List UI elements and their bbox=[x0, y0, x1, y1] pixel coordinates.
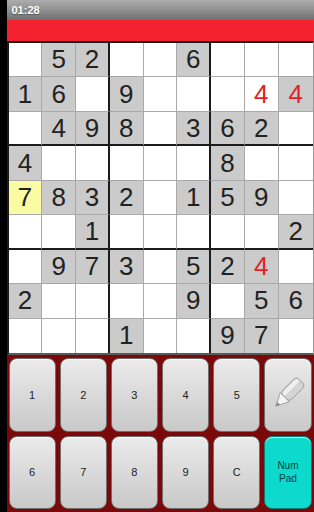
cell-r8c4[interactable] bbox=[110, 284, 144, 318]
cell-r1c4[interactable] bbox=[110, 43, 144, 77]
cell-r6c2[interactable] bbox=[42, 215, 76, 249]
cell-r3c8[interactable]: 2 bbox=[245, 112, 279, 146]
cell-r6c1[interactable] bbox=[9, 215, 43, 249]
pencil-icon bbox=[268, 374, 308, 416]
pencil-button[interactable] bbox=[264, 358, 311, 432]
cell-r7c6[interactable]: 5 bbox=[177, 250, 211, 284]
cell-r6c4[interactable] bbox=[110, 215, 144, 249]
key-1[interactable]: 1 bbox=[9, 358, 56, 432]
cell-r1c8[interactable] bbox=[245, 43, 279, 77]
cell-r7c4[interactable]: 3 bbox=[110, 250, 144, 284]
cell-r2c6[interactable] bbox=[177, 77, 211, 111]
cell-r5c6[interactable]: 1 bbox=[177, 181, 211, 215]
cell-r5c7[interactable]: 5 bbox=[211, 181, 245, 215]
cell-r2c2[interactable]: 6 bbox=[42, 77, 76, 111]
cell-r2c8[interactable]: 4 bbox=[245, 77, 279, 111]
clock: 01:28 bbox=[12, 4, 40, 16]
cell-r5c3[interactable]: 3 bbox=[76, 181, 110, 215]
cell-r2c7[interactable] bbox=[211, 77, 245, 111]
app-header-bar bbox=[7, 20, 314, 41]
key-3[interactable]: 3 bbox=[111, 358, 158, 432]
cell-r4c5[interactable] bbox=[144, 146, 178, 180]
cell-r8c3[interactable] bbox=[76, 284, 110, 318]
keypad-row-1: 1 2 3 4 5 bbox=[8, 358, 313, 432]
cell-r4c6[interactable] bbox=[177, 146, 211, 180]
cell-r6c6[interactable] bbox=[177, 215, 211, 249]
cell-r3c4[interactable]: 8 bbox=[110, 112, 144, 146]
cell-r8c7[interactable] bbox=[211, 284, 245, 318]
cell-r8c6[interactable]: 9 bbox=[177, 284, 211, 318]
sudoku-board: 52616944498362487832159129735242956197 bbox=[7, 41, 314, 355]
cell-r9c8[interactable]: 7 bbox=[245, 319, 279, 353]
cell-r9c2[interactable] bbox=[42, 319, 76, 353]
cell-r7c8[interactable]: 4 bbox=[245, 250, 279, 284]
cell-r4c1[interactable]: 4 bbox=[9, 146, 43, 180]
cell-r2c1[interactable]: 1 bbox=[9, 77, 43, 111]
app-screen: 01:28 5261694449836248783215912973524295… bbox=[7, 0, 314, 512]
key-4[interactable]: 4 bbox=[162, 358, 209, 432]
cell-r3c5[interactable] bbox=[144, 112, 178, 146]
cell-r9c7[interactable]: 9 bbox=[211, 319, 245, 353]
cell-r1c3[interactable]: 2 bbox=[76, 43, 110, 77]
numpad-toggle-label: Num Pad bbox=[273, 459, 303, 486]
cell-r3c1[interactable] bbox=[9, 112, 43, 146]
cell-r7c3[interactable]: 7 bbox=[76, 250, 110, 284]
cell-r6c5[interactable] bbox=[144, 215, 178, 249]
cell-r4c4[interactable] bbox=[110, 146, 144, 180]
cell-r6c7[interactable] bbox=[211, 215, 245, 249]
cell-r8c2[interactable] bbox=[42, 284, 76, 318]
cell-r4c7[interactable]: 8 bbox=[211, 146, 245, 180]
cell-r2c4[interactable]: 9 bbox=[110, 77, 144, 111]
keypad-row-2: 6 7 8 9 C Num Pad bbox=[8, 436, 313, 510]
keypad: 1 2 3 4 5 6 7 bbox=[7, 355, 314, 512]
cell-r2c9[interactable]: 4 bbox=[279, 77, 313, 111]
cell-r5c2[interactable]: 8 bbox=[42, 181, 76, 215]
key-7[interactable]: 7 bbox=[60, 436, 107, 510]
cell-r3c2[interactable]: 4 bbox=[42, 112, 76, 146]
cell-r8c5[interactable] bbox=[144, 284, 178, 318]
cell-r1c6[interactable]: 6 bbox=[177, 43, 211, 77]
cell-r5c1[interactable]: 7 bbox=[9, 181, 43, 215]
cell-r6c3[interactable]: 1 bbox=[76, 215, 110, 249]
cell-r1c7[interactable] bbox=[211, 43, 245, 77]
cell-r4c2[interactable] bbox=[42, 146, 76, 180]
cell-r4c3[interactable] bbox=[76, 146, 110, 180]
cell-r3c7[interactable]: 6 bbox=[211, 112, 245, 146]
cell-r9c6[interactable] bbox=[177, 319, 211, 353]
cell-r3c3[interactable]: 9 bbox=[76, 112, 110, 146]
cell-r9c3[interactable] bbox=[76, 319, 110, 353]
cell-r3c9[interactable] bbox=[279, 112, 313, 146]
cell-r5c8[interactable]: 9 bbox=[245, 181, 279, 215]
cell-r5c9[interactable] bbox=[279, 181, 313, 215]
cell-r9c5[interactable] bbox=[144, 319, 178, 353]
cell-r7c9[interactable] bbox=[279, 250, 313, 284]
cell-r2c3[interactable] bbox=[76, 77, 110, 111]
cell-r2c5[interactable] bbox=[144, 77, 178, 111]
cell-r8c9[interactable]: 6 bbox=[279, 284, 313, 318]
key-6[interactable]: 6 bbox=[9, 436, 56, 510]
cell-r3c6[interactable]: 3 bbox=[177, 112, 211, 146]
cell-r7c5[interactable] bbox=[144, 250, 178, 284]
cell-r4c8[interactable] bbox=[245, 146, 279, 180]
numpad-toggle-button[interactable]: Num Pad bbox=[264, 436, 311, 510]
key-2[interactable]: 2 bbox=[60, 358, 107, 432]
cell-r1c5[interactable] bbox=[144, 43, 178, 77]
cell-r8c8[interactable]: 5 bbox=[245, 284, 279, 318]
cell-r5c4[interactable]: 2 bbox=[110, 181, 144, 215]
cell-r1c2[interactable]: 5 bbox=[42, 43, 76, 77]
cell-r1c9[interactable] bbox=[279, 43, 313, 77]
cell-r7c2[interactable]: 9 bbox=[42, 250, 76, 284]
key-5[interactable]: 5 bbox=[213, 358, 260, 432]
key-9[interactable]: 9 bbox=[162, 436, 209, 510]
cell-r6c9[interactable]: 2 bbox=[279, 215, 313, 249]
cell-r8c1[interactable]: 2 bbox=[9, 284, 43, 318]
cell-r7c1[interactable] bbox=[9, 250, 43, 284]
key-8[interactable]: 8 bbox=[111, 436, 158, 510]
status-bar: 01:28 bbox=[7, 0, 314, 20]
cell-r9c4[interactable]: 1 bbox=[110, 319, 144, 353]
key-clear[interactable]: C bbox=[213, 436, 260, 510]
cell-r4c9[interactable] bbox=[279, 146, 313, 180]
cell-r6c8[interactable] bbox=[245, 215, 279, 249]
cell-r9c9[interactable] bbox=[279, 319, 313, 353]
cell-r5c5[interactable] bbox=[144, 181, 178, 215]
cell-r9c1[interactable] bbox=[9, 319, 43, 353]
cell-r1c1[interactable] bbox=[9, 43, 43, 77]
cell-r7c7[interactable]: 2 bbox=[211, 250, 245, 284]
